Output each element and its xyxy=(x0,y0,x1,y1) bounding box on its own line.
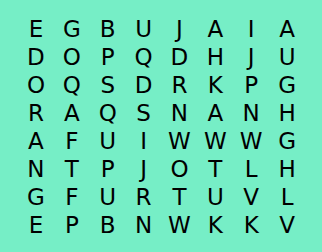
grid-cell[interactable]: A xyxy=(197,99,233,127)
grid-cell[interactable]: W xyxy=(162,127,198,155)
grid-cell[interactable]: W xyxy=(197,127,233,155)
grid-cell[interactable]: R xyxy=(18,99,54,127)
grid-cell[interactable]: G xyxy=(269,71,305,99)
grid-cell[interactable]: F xyxy=(54,183,90,211)
grid-cell[interactable]: Q xyxy=(90,99,126,127)
grid-cell[interactable]: B xyxy=(90,15,126,43)
grid-cell[interactable]: L xyxy=(269,183,305,211)
grid-cell[interactable]: T xyxy=(54,155,90,183)
grid-cell[interactable]: B xyxy=(90,211,126,239)
word-search-board: EGBUJAIADOPQDHJUOQSDRKPGRAQSNANHAFUIWWWG… xyxy=(18,15,305,239)
grid-cell[interactable]: A xyxy=(197,15,233,43)
grid-cell[interactable]: P xyxy=(90,43,126,71)
grid-cell[interactable]: K xyxy=(197,211,233,239)
grid-cell[interactable]: W xyxy=(162,211,198,239)
grid-cell[interactable]: D xyxy=(126,71,162,99)
grid-cell[interactable]: S xyxy=(126,99,162,127)
grid-cell[interactable]: E xyxy=(18,15,54,43)
grid-cell[interactable]: K xyxy=(233,211,269,239)
grid-cell[interactable]: A xyxy=(18,127,54,155)
grid-cell[interactable]: D xyxy=(18,43,54,71)
grid-cell[interactable]: K xyxy=(197,71,233,99)
grid-cell[interactable]: R xyxy=(162,71,198,99)
grid-cell[interactable]: D xyxy=(162,43,198,71)
grid-cell[interactable]: N xyxy=(233,99,269,127)
grid-cell[interactable]: A xyxy=(54,99,90,127)
grid-cell[interactable]: I xyxy=(126,127,162,155)
grid-cell[interactable]: U xyxy=(90,127,126,155)
grid-cell[interactable]: A xyxy=(269,15,305,43)
grid-cell[interactable]: N xyxy=(18,155,54,183)
grid-cell[interactable]: U xyxy=(197,183,233,211)
grid-cell[interactable]: J xyxy=(126,155,162,183)
grid-cell[interactable]: G xyxy=(54,15,90,43)
grid-cell[interactable]: O xyxy=(18,71,54,99)
grid-cell[interactable]: P xyxy=(90,155,126,183)
grid-cell[interactable]: H xyxy=(197,43,233,71)
grid-cell[interactable]: P xyxy=(233,71,269,99)
grid-cell[interactable]: U xyxy=(126,15,162,43)
grid-cell[interactable]: R xyxy=(126,183,162,211)
grid-cell[interactable]: U xyxy=(90,183,126,211)
grid-cell[interactable]: O xyxy=(162,155,198,183)
grid-cell[interactable]: L xyxy=(233,155,269,183)
grid-cell[interactable]: V xyxy=(269,211,305,239)
grid-cell[interactable]: Q xyxy=(126,43,162,71)
grid-cell[interactable]: P xyxy=(54,211,90,239)
grid-cell[interactable]: T xyxy=(197,155,233,183)
grid-cell[interactable]: O xyxy=(54,43,90,71)
grid-cell[interactable]: G xyxy=(269,127,305,155)
grid-cell[interactable]: F xyxy=(54,127,90,155)
grid-cell[interactable]: E xyxy=(18,211,54,239)
grid-cell[interactable]: H xyxy=(269,155,305,183)
grid-cell[interactable]: G xyxy=(18,183,54,211)
grid-cell[interactable]: S xyxy=(90,71,126,99)
grid-cell[interactable]: U xyxy=(269,43,305,71)
grid-cell[interactable]: I xyxy=(233,15,269,43)
grid-cell[interactable]: Q xyxy=(54,71,90,99)
grid-cell[interactable]: J xyxy=(233,43,269,71)
grid-cell[interactable]: W xyxy=(233,127,269,155)
grid-cell[interactable]: N xyxy=(126,211,162,239)
grid-cell[interactable]: V xyxy=(233,183,269,211)
grid-cell[interactable]: J xyxy=(162,15,198,43)
grid-cell[interactable]: T xyxy=(162,183,198,211)
grid-cell[interactable]: N xyxy=(162,99,198,127)
grid-cell[interactable]: H xyxy=(269,99,305,127)
